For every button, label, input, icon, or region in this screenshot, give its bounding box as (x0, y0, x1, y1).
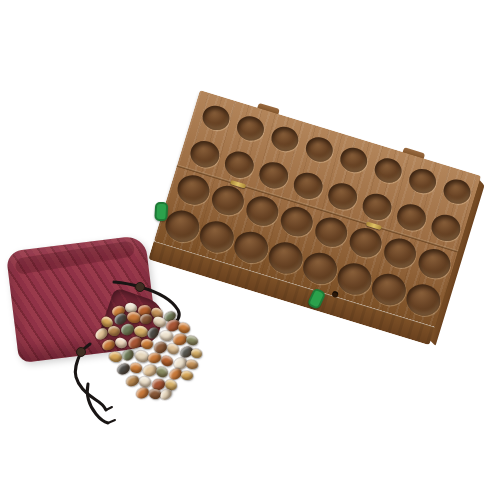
stone[interactable] (139, 313, 153, 325)
stone[interactable] (113, 336, 128, 351)
stone[interactable] (101, 338, 117, 352)
stone[interactable] (147, 352, 162, 364)
stone-pile (0, 0, 500, 500)
stone[interactable] (129, 361, 144, 375)
stone[interactable] (185, 359, 199, 371)
product-photo-stage (0, 0, 500, 500)
stone[interactable] (107, 325, 121, 337)
stone[interactable] (120, 323, 135, 337)
stone[interactable] (140, 338, 154, 350)
stone[interactable] (180, 370, 193, 381)
stone[interactable] (190, 347, 203, 359)
stone[interactable] (120, 347, 136, 362)
stone[interactable] (108, 350, 123, 363)
stone[interactable] (154, 364, 170, 379)
